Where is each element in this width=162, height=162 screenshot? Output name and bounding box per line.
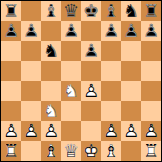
square-d4[interactable]: ♞♘	[61, 81, 81, 101]
square-g7[interactable]: ♟♙	[121, 21, 141, 41]
square-f4[interactable]	[101, 81, 121, 101]
square-d3[interactable]	[61, 101, 81, 121]
square-e3[interactable]	[81, 101, 101, 121]
square-g1[interactable]	[121, 141, 141, 161]
square-f1[interactable]: ♝♗	[101, 141, 121, 161]
piece-outline-glyph: ♙	[81, 41, 101, 61]
square-c4[interactable]	[41, 81, 61, 101]
square-d7[interactable]: ♟♙	[61, 21, 81, 41]
piece-black-queen-d8[interactable]: ♛♕	[61, 1, 81, 21]
square-a5[interactable]	[1, 61, 21, 81]
square-d1[interactable]: ♛♕	[61, 141, 81, 161]
square-e2[interactable]	[81, 121, 101, 141]
square-b8[interactable]	[21, 1, 41, 21]
square-d2[interactable]	[61, 121, 81, 141]
piece-outline-glyph: ♖	[1, 1, 21, 21]
piece-black-pawn-b7[interactable]: ♟♙	[21, 21, 41, 41]
square-h3[interactable]	[141, 101, 161, 121]
square-h4[interactable]	[141, 81, 161, 101]
square-h5[interactable]	[141, 61, 161, 81]
square-e5[interactable]	[81, 61, 101, 81]
piece-outline-glyph: ♘	[61, 81, 81, 101]
piece-outline-glyph: ♙	[141, 21, 161, 41]
square-g6[interactable]	[121, 41, 141, 61]
square-h6[interactable]	[141, 41, 161, 61]
piece-outline-glyph: ♙	[61, 21, 81, 41]
piece-black-rook-a8[interactable]: ♜♖	[1, 1, 21, 21]
square-e6[interactable]: ♟♙	[81, 41, 101, 61]
piece-white-rook-h1[interactable]: ♜♖	[141, 141, 161, 161]
square-c1[interactable]: ♝♗	[41, 141, 61, 161]
square-c7[interactable]	[41, 21, 61, 41]
square-f7[interactable]: ♟♙	[101, 21, 121, 41]
square-d5[interactable]	[61, 61, 81, 81]
piece-outline-glyph: ♗	[41, 141, 61, 161]
piece-outline-glyph: ♙	[21, 121, 41, 141]
piece-outline-glyph: ♕	[61, 1, 81, 21]
square-a3[interactable]	[1, 101, 21, 121]
piece-white-king-e1[interactable]: ♚♔	[81, 141, 101, 161]
square-a1[interactable]: ♜♖	[1, 141, 21, 161]
square-a4[interactable]	[1, 81, 21, 101]
piece-outline-glyph: ♗	[101, 1, 121, 21]
square-c5[interactable]	[41, 61, 61, 81]
piece-outline-glyph: ♙	[21, 21, 41, 41]
piece-white-pawn-e4[interactable]: ♟♙	[81, 81, 101, 101]
square-g8[interactable]: ♞♘	[121, 1, 141, 21]
square-b5[interactable]	[21, 61, 41, 81]
piece-black-pawn-a7[interactable]: ♟♙	[1, 21, 21, 41]
piece-black-pawn-f7[interactable]: ♟♙	[101, 21, 121, 41]
piece-outline-glyph: ♖	[1, 141, 21, 161]
square-b6[interactable]	[21, 41, 41, 61]
piece-white-rook-a1[interactable]: ♜♖	[1, 141, 21, 161]
piece-black-knight-c6[interactable]: ♞♘	[41, 41, 61, 61]
piece-outline-glyph: ♖	[141, 141, 161, 161]
square-f2[interactable]: ♟♙	[101, 121, 121, 141]
piece-outline-glyph: ♙	[121, 21, 141, 41]
piece-outline-glyph: ♙	[141, 121, 161, 141]
piece-outline-glyph: ♙	[41, 121, 61, 141]
square-a6[interactable]	[1, 41, 21, 61]
piece-black-pawn-g7[interactable]: ♟♙	[121, 21, 141, 41]
square-b3[interactable]	[21, 101, 41, 121]
square-f5[interactable]	[101, 61, 121, 81]
piece-black-pawn-d7[interactable]: ♟♙	[61, 21, 81, 41]
piece-outline-glyph: ♘	[41, 101, 61, 121]
square-d6[interactable]	[61, 41, 81, 61]
piece-white-pawn-b2[interactable]: ♟♙	[21, 121, 41, 141]
piece-white-pawn-c2[interactable]: ♟♙	[41, 121, 61, 141]
square-f6[interactable]	[101, 41, 121, 61]
piece-white-pawn-g2[interactable]: ♟♙	[121, 121, 141, 141]
piece-outline-glyph: ♙	[1, 121, 21, 141]
piece-outline-glyph: ♘	[121, 1, 141, 21]
square-e8[interactable]: ♚♔	[81, 1, 101, 21]
square-f3[interactable]	[101, 101, 121, 121]
square-g5[interactable]	[121, 61, 141, 81]
piece-black-bishop-c8[interactable]: ♝♗	[41, 1, 61, 21]
piece-white-pawn-f2[interactable]: ♟♙	[101, 121, 121, 141]
piece-outline-glyph: ♔	[81, 1, 101, 21]
piece-outline-glyph: ♘	[41, 41, 61, 61]
square-b1[interactable]	[21, 141, 41, 161]
square-e1[interactable]: ♚♔	[81, 141, 101, 161]
piece-white-pawn-h2[interactable]: ♟♙	[141, 121, 161, 141]
piece-outline-glyph: ♙	[1, 21, 21, 41]
square-a8[interactable]: ♜♖	[1, 1, 21, 21]
piece-outline-glyph: ♗	[101, 141, 121, 161]
piece-outline-glyph: ♕	[61, 141, 81, 161]
square-h1[interactable]: ♜♖	[141, 141, 161, 161]
piece-white-pawn-a2[interactable]: ♟♙	[1, 121, 21, 141]
square-d8[interactable]: ♛♕	[61, 1, 81, 21]
piece-black-pawn-e6[interactable]: ♟♙	[81, 41, 101, 61]
square-b4[interactable]	[21, 81, 41, 101]
piece-black-knight-g8[interactable]: ♞♘	[121, 1, 141, 21]
square-g2[interactable]: ♟♙	[121, 121, 141, 141]
piece-white-bishop-f1[interactable]: ♝♗	[101, 141, 121, 161]
piece-black-pawn-h7[interactable]: ♟♙	[141, 21, 161, 41]
square-h2[interactable]: ♟♙	[141, 121, 161, 141]
piece-black-rook-h8[interactable]: ♜♖	[141, 1, 161, 21]
chess-board: ♜♖♝♗♛♕♚♔♝♗♞♘♜♖♟♙♟♙♟♙♟♙♟♙♟♙♞♘♟♙♞♘♟♙♞♘♟♙♟♙…	[0, 0, 162, 162]
square-f8[interactable]: ♝♗	[101, 1, 121, 21]
piece-outline-glyph: ♙	[81, 81, 101, 101]
square-c6[interactable]: ♞♘	[41, 41, 61, 61]
square-a2[interactable]: ♟♙	[1, 121, 21, 141]
piece-outline-glyph: ♔	[81, 141, 101, 161]
piece-outline-glyph: ♙	[121, 121, 141, 141]
piece-black-bishop-f8[interactable]: ♝♗	[101, 1, 121, 21]
piece-outline-glyph: ♙	[101, 21, 121, 41]
piece-white-queen-d1[interactable]: ♛♕	[61, 141, 81, 161]
square-g4[interactable]	[121, 81, 141, 101]
square-c3[interactable]: ♞♘	[41, 101, 61, 121]
piece-outline-glyph: ♖	[141, 1, 161, 21]
square-a7[interactable]: ♟♙	[1, 21, 21, 41]
square-c8[interactable]: ♝♗	[41, 1, 61, 21]
square-h7[interactable]: ♟♙	[141, 21, 161, 41]
piece-white-bishop-c1[interactable]: ♝♗	[41, 141, 61, 161]
piece-outline-glyph: ♗	[41, 1, 61, 21]
square-g3[interactable]	[121, 101, 141, 121]
square-c2[interactable]: ♟♙	[41, 121, 61, 141]
square-b2[interactable]: ♟♙	[21, 121, 41, 141]
piece-white-knight-c3[interactable]: ♞♘	[41, 101, 61, 121]
square-e4[interactable]: ♟♙	[81, 81, 101, 101]
piece-white-knight-d4[interactable]: ♞♘	[61, 81, 81, 101]
square-h8[interactable]: ♜♖	[141, 1, 161, 21]
piece-black-king-e8[interactable]: ♚♔	[81, 1, 101, 21]
piece-outline-glyph: ♙	[101, 121, 121, 141]
square-e7[interactable]	[81, 21, 101, 41]
square-b7[interactable]: ♟♙	[21, 21, 41, 41]
